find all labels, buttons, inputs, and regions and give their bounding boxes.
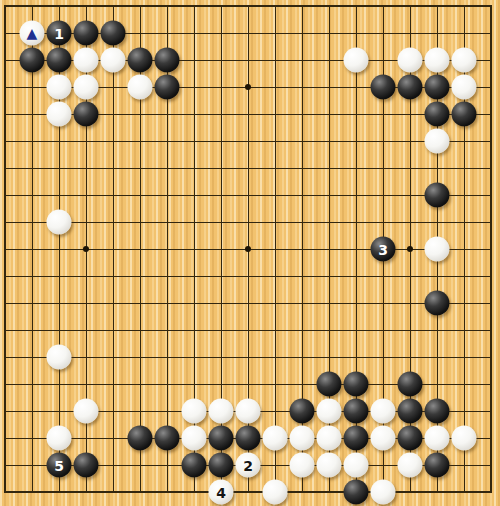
grid-line-horizontal [5, 492, 492, 493]
white-stone [344, 453, 369, 478]
white-stone [425, 48, 450, 73]
white-stone [74, 399, 99, 424]
white-stone: 2 [236, 453, 261, 478]
white-stone [101, 48, 126, 73]
move-number-label: 5 [54, 458, 64, 472]
black-stone [425, 183, 450, 208]
triangle-marker-icon: ▲ [27, 25, 38, 39]
black-stone [398, 426, 423, 451]
white-stone [290, 453, 315, 478]
black-stone [209, 453, 234, 478]
black-stone [452, 102, 477, 127]
black-stone [182, 453, 207, 478]
white-stone [47, 75, 72, 100]
black-stone [344, 399, 369, 424]
black-stone [398, 372, 423, 397]
black-stone: 3 [371, 237, 396, 262]
black-stone [425, 75, 450, 100]
move-number-label: 1 [54, 26, 64, 40]
black-stone [74, 21, 99, 46]
white-stone [371, 399, 396, 424]
black-stone [101, 21, 126, 46]
black-stone [425, 399, 450, 424]
white-stone [425, 237, 450, 262]
go-board[interactable]: ▲13524 [0, 0, 500, 506]
black-stone [371, 75, 396, 100]
black-stone: 1 [47, 21, 72, 46]
grid-line-horizontal [5, 276, 492, 277]
grid-line-horizontal [5, 303, 492, 304]
white-stone [47, 426, 72, 451]
white-stone [371, 426, 396, 451]
black-stone [155, 75, 180, 100]
move-number-label: 3 [378, 242, 388, 256]
white-stone [182, 399, 207, 424]
black-stone [425, 102, 450, 127]
grid-line-vertical [491, 6, 492, 493]
grid-line-vertical [275, 6, 276, 493]
black-stone: 5 [47, 453, 72, 478]
white-stone [182, 426, 207, 451]
white-stone [398, 453, 423, 478]
black-stone [74, 102, 99, 127]
white-stone [317, 399, 342, 424]
white-stone [290, 426, 315, 451]
white-stone [47, 210, 72, 235]
white-stone [263, 480, 288, 505]
white-stone [317, 453, 342, 478]
black-stone [20, 48, 45, 73]
black-stone [344, 372, 369, 397]
black-stone [398, 399, 423, 424]
white-stone [74, 75, 99, 100]
white-stone [47, 345, 72, 370]
black-stone [290, 399, 315, 424]
star-point [245, 84, 251, 90]
black-stone [209, 426, 234, 451]
move-number-label: 4 [216, 485, 226, 499]
white-stone [371, 480, 396, 505]
black-stone [47, 48, 72, 73]
go-diagram: ▲13524 [0, 0, 500, 506]
black-stone [398, 75, 423, 100]
black-stone [155, 48, 180, 73]
grid-line-horizontal [5, 357, 492, 358]
white-stone [128, 75, 153, 100]
black-stone [425, 291, 450, 316]
white-stone [236, 399, 261, 424]
white-stone [47, 102, 72, 127]
black-stone [128, 48, 153, 73]
star-point [83, 246, 89, 252]
white-stone [263, 426, 288, 451]
black-stone [344, 426, 369, 451]
white-stone [209, 399, 234, 424]
white-stone [452, 75, 477, 100]
move-number-label: 2 [243, 458, 253, 472]
black-stone [236, 426, 261, 451]
white-stone [344, 48, 369, 73]
black-stone [425, 453, 450, 478]
white-stone: ▲ [20, 21, 45, 46]
star-point [407, 246, 413, 252]
white-stone [317, 426, 342, 451]
star-point [245, 246, 251, 252]
black-stone [128, 426, 153, 451]
white-stone [425, 129, 450, 154]
white-stone [452, 426, 477, 451]
black-stone [155, 426, 180, 451]
black-stone [74, 453, 99, 478]
white-stone [398, 48, 423, 73]
black-stone [317, 372, 342, 397]
black-stone [344, 480, 369, 505]
white-stone [74, 48, 99, 73]
white-stone [425, 426, 450, 451]
white-stone: 4 [209, 480, 234, 505]
grid-line-horizontal [5, 330, 492, 331]
white-stone [452, 48, 477, 73]
